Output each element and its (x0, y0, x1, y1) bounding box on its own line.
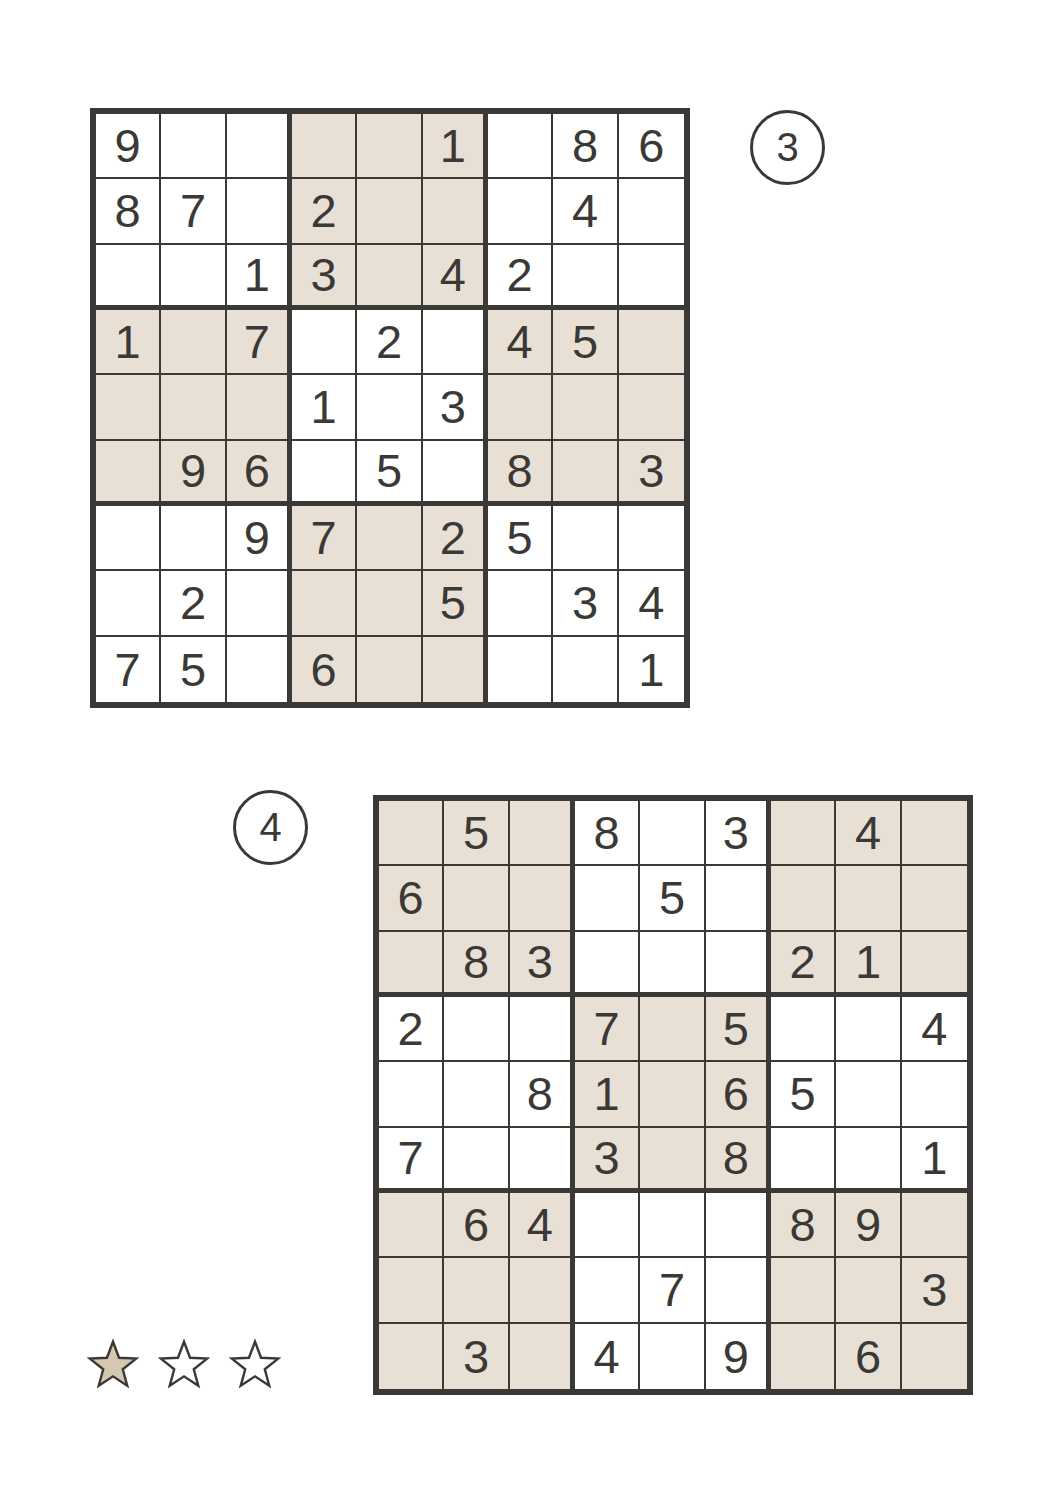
sudoku-cell-r8c7-empty[interactable] (771, 1258, 836, 1323)
sudoku-cell-r8c3-empty[interactable] (510, 1258, 575, 1323)
sudoku-cell-r5c6-given: 3 (423, 375, 488, 440)
sudoku-cell-r2c2-given: 7 (161, 179, 226, 244)
sudoku-cell-r7c2-given: 6 (444, 1193, 509, 1258)
sudoku-cell-r4c2-empty[interactable] (444, 997, 509, 1062)
sudoku-cell-r8c1-empty[interactable] (379, 1258, 444, 1323)
sudoku-cell-r7c8-given: 9 (836, 1193, 901, 1258)
sudoku-cell-r4c9-empty[interactable] (619, 310, 684, 375)
sudoku-cell-r1c5-empty[interactable] (640, 801, 705, 866)
sudoku-cell-r1c2-empty[interactable] (161, 114, 226, 179)
sudoku-cell-r7c3-given: 4 (510, 1193, 575, 1258)
sudoku-cell-r8c5-given: 7 (640, 1258, 705, 1323)
sudoku-cell-r2c3-empty[interactable] (227, 179, 292, 244)
sudoku-cell-r8c9-given: 4 (619, 571, 684, 636)
sudoku-cell-r2c7-empty[interactable] (488, 179, 553, 244)
sudoku-cell-r3c2-given: 8 (444, 932, 509, 997)
sudoku-cell-r3c4-given: 3 (292, 245, 357, 310)
sudoku-cell-r6c9-given: 1 (902, 1128, 967, 1193)
sudoku-cell-r6c1-given: 7 (379, 1128, 444, 1193)
sudoku-cell-r7c5-empty[interactable] (640, 1193, 705, 1258)
sudoku-cell-r3c7-given: 2 (771, 932, 836, 997)
sudoku-cell-r8c3-empty[interactable] (227, 571, 292, 636)
sudoku-cell-r5c4-given: 1 (292, 375, 357, 440)
sudoku-board-4: 58346583212754816573816489733496 (373, 795, 973, 1395)
sudoku-cell-r8c1-empty[interactable] (96, 571, 161, 636)
sudoku-cell-r3c8-given: 1 (836, 932, 901, 997)
sudoku-cell-r4c6-given: 5 (706, 997, 771, 1062)
sudoku-cell-r2c4-empty[interactable] (575, 866, 640, 931)
sudoku-cell-r6c5-empty[interactable] (640, 1128, 705, 1193)
sudoku-cell-r1c8-given: 4 (836, 801, 901, 866)
puzzle-book-page: 3 918687241342172451396583972525347561 4… (0, 0, 1057, 1500)
sudoku-cell-r8c8-given: 3 (553, 571, 618, 636)
sudoku-cell-r2c8-given: 4 (553, 179, 618, 244)
sudoku-cell-r6c3-given: 6 (227, 441, 292, 506)
sudoku-cell-r2c5-empty[interactable] (357, 179, 422, 244)
sudoku-cell-r7c8-empty[interactable] (553, 506, 618, 571)
sudoku-cell-r3c8-empty[interactable] (553, 245, 618, 310)
sudoku-cell-r8c2-given: 2 (161, 571, 226, 636)
sudoku-cell-r7c4-empty[interactable] (575, 1193, 640, 1258)
sudoku-cell-r4c6-empty[interactable] (423, 310, 488, 375)
sudoku-cell-r5c8-empty[interactable] (553, 375, 618, 440)
sudoku-cell-r1c2-given: 5 (444, 801, 509, 866)
sudoku-cell-r1c3-empty[interactable] (227, 114, 292, 179)
sudoku-cell-r4c8-given: 5 (553, 310, 618, 375)
sudoku-cell-r3c3-given: 3 (510, 932, 575, 997)
sudoku-cell-r5c1-empty[interactable] (96, 375, 161, 440)
sudoku-cell-r2c1-given: 8 (96, 179, 161, 244)
sudoku-cell-r1c9-given: 6 (619, 114, 684, 179)
sudoku-cell-r2c8-empty[interactable] (836, 866, 901, 931)
sudoku-cell-r3c9-empty[interactable] (619, 245, 684, 310)
sudoku-cell-r4c4-empty[interactable] (292, 310, 357, 375)
sudoku-cell-r9c9-empty[interactable] (902, 1324, 967, 1389)
sudoku-cell-r2c5-given: 5 (640, 866, 705, 931)
sudoku-cell-r9c7-empty[interactable] (771, 1324, 836, 1389)
sudoku-cell-r6c2-empty[interactable] (444, 1128, 509, 1193)
sudoku-cell-r7c7-given: 5 (488, 506, 553, 571)
sudoku-cell-r6c8-empty[interactable] (553, 441, 618, 506)
sudoku-cell-r3c3-given: 1 (227, 245, 292, 310)
sudoku-cell-r2c6-empty[interactable] (706, 866, 771, 931)
sudoku-cell-r4c3-given: 7 (227, 310, 292, 375)
star-empty-icon (228, 1338, 282, 1392)
sudoku-cell-r5c8-empty[interactable] (836, 1062, 901, 1127)
sudoku-cell-r5c3-empty[interactable] (227, 375, 292, 440)
sudoku-cell-r2c3-empty[interactable] (510, 866, 575, 931)
sudoku-cell-r8c7-empty[interactable] (488, 571, 553, 636)
sudoku-cell-r6c4-given: 3 (575, 1128, 640, 1193)
sudoku-cell-r9c2-given: 5 (161, 637, 226, 702)
puzzle-4-number-badge: 4 (233, 790, 308, 865)
sudoku-cell-r3c6-given: 4 (423, 245, 488, 310)
sudoku-cell-r5c2-empty[interactable] (161, 375, 226, 440)
sudoku-cell-r7c9-empty[interactable] (619, 506, 684, 571)
sudoku-cell-r9c9-given: 1 (619, 637, 684, 702)
sudoku-cell-r9c5-empty[interactable] (357, 637, 422, 702)
sudoku-cell-r7c5-empty[interactable] (357, 506, 422, 571)
sudoku-cell-r1c4-given: 8 (575, 801, 640, 866)
sudoku-cell-r1c7-empty[interactable] (488, 114, 553, 179)
sudoku-cell-r5c6-given: 6 (706, 1062, 771, 1127)
sudoku-cell-r2c6-empty[interactable] (423, 179, 488, 244)
sudoku-cell-r9c1-given: 7 (96, 637, 161, 702)
sudoku-cell-r4c1-given: 1 (96, 310, 161, 375)
puzzle-3-number-badge: 3 (750, 110, 825, 185)
sudoku-cell-r7c1-empty[interactable] (379, 1193, 444, 1258)
sudoku-cell-r2c9-empty[interactable] (902, 866, 967, 931)
sudoku-cell-r9c5-empty[interactable] (640, 1324, 705, 1389)
sudoku-cell-r4c7-given: 4 (488, 310, 553, 375)
sudoku-cell-r1c5-empty[interactable] (357, 114, 422, 179)
sudoku-cell-r6c6-given: 8 (706, 1128, 771, 1193)
sudoku-cell-r9c8-empty[interactable] (553, 637, 618, 702)
sudoku-cell-r5c7-given: 5 (771, 1062, 836, 1127)
sudoku-cell-r6c5-given: 5 (357, 441, 422, 506)
sudoku-cell-r5c5-empty[interactable] (357, 375, 422, 440)
sudoku-cell-r7c6-given: 2 (423, 506, 488, 571)
sudoku-cell-r7c6-empty[interactable] (706, 1193, 771, 1258)
sudoku-cell-r9c2-given: 3 (444, 1324, 509, 1389)
sudoku-cell-r3c1-empty[interactable] (379, 932, 444, 997)
sudoku-board-3: 918687241342172451396583972525347561 (90, 108, 690, 708)
sudoku-cell-r8c4-empty[interactable] (292, 571, 357, 636)
sudoku-cell-r5c9-empty[interactable] (619, 375, 684, 440)
sudoku-cell-r5c7-empty[interactable] (488, 375, 553, 440)
sudoku-cell-r8c2-empty[interactable] (444, 1258, 509, 1323)
sudoku-cell-r5c9-empty[interactable] (902, 1062, 967, 1127)
sudoku-cell-r3c2-empty[interactable] (161, 245, 226, 310)
sudoku-cell-r5c2-empty[interactable] (444, 1062, 509, 1127)
sudoku-cell-r6c7-empty[interactable] (771, 1128, 836, 1193)
sudoku-cell-r9c1-empty[interactable] (379, 1324, 444, 1389)
sudoku-cell-r6c9-given: 3 (619, 441, 684, 506)
star-filled-icon (86, 1338, 140, 1392)
sudoku-cell-r8c9-given: 3 (902, 1258, 967, 1323)
sudoku-cell-r2c9-empty[interactable] (619, 179, 684, 244)
difficulty-rating (86, 1338, 282, 1392)
sudoku-cell-r7c4-given: 7 (292, 506, 357, 571)
sudoku-cell-r3c4-empty[interactable] (575, 932, 640, 997)
sudoku-cell-r7c1-empty[interactable] (96, 506, 161, 571)
sudoku-cell-r4c7-empty[interactable] (771, 997, 836, 1062)
sudoku-cell-r6c1-empty[interactable] (96, 441, 161, 506)
sudoku-cell-r4c9-given: 4 (902, 997, 967, 1062)
sudoku-cell-r1c4-empty[interactable] (292, 114, 357, 179)
sudoku-cell-r1c3-empty[interactable] (510, 801, 575, 866)
sudoku-cell-r3c1-empty[interactable] (96, 245, 161, 310)
sudoku-cell-r4c1-given: 2 (379, 997, 444, 1062)
sudoku-cell-r2c7-empty[interactable] (771, 866, 836, 931)
sudoku-cell-r6c7-given: 8 (488, 441, 553, 506)
sudoku-cell-r9c6-given: 9 (706, 1324, 771, 1389)
sudoku-cell-r3c9-empty[interactable] (902, 932, 967, 997)
puzzle-3-number: 3 (776, 125, 798, 170)
star-empty-icon (157, 1338, 211, 1392)
sudoku-cell-r3c7-given: 2 (488, 245, 553, 310)
sudoku-cell-r4c3-empty[interactable] (510, 997, 575, 1062)
sudoku-cell-r1c6-given: 1 (423, 114, 488, 179)
sudoku-cell-r2c1-given: 6 (379, 866, 444, 931)
sudoku-cell-r4c2-empty[interactable] (161, 310, 226, 375)
sudoku-cell-r4c4-given: 7 (575, 997, 640, 1062)
sudoku-cell-r9c3-empty[interactable] (510, 1324, 575, 1389)
sudoku-cell-r8c8-empty[interactable] (836, 1258, 901, 1323)
sudoku-cell-r8c6-given: 5 (423, 571, 488, 636)
sudoku-cell-r6c2-given: 9 (161, 441, 226, 506)
sudoku-cell-r7c3-given: 9 (227, 506, 292, 571)
sudoku-cell-r1c7-empty[interactable] (771, 801, 836, 866)
sudoku-cell-r5c3-given: 8 (510, 1062, 575, 1127)
sudoku-cell-r8c6-empty[interactable] (706, 1258, 771, 1323)
sudoku-cell-r4c8-empty[interactable] (836, 997, 901, 1062)
sudoku-cell-r6c3-empty[interactable] (510, 1128, 575, 1193)
sudoku-cell-r5c5-empty[interactable] (640, 1062, 705, 1127)
sudoku-cell-r1c1-given: 9 (96, 114, 161, 179)
sudoku-cell-r9c3-empty[interactable] (227, 637, 292, 702)
sudoku-cell-r6c6-empty[interactable] (423, 441, 488, 506)
sudoku-cell-r1c1-empty[interactable] (379, 801, 444, 866)
sudoku-cell-r3c5-empty[interactable] (640, 932, 705, 997)
sudoku-cell-r4c5-empty[interactable] (640, 997, 705, 1062)
sudoku-cell-r2c4-given: 2 (292, 179, 357, 244)
sudoku-cell-r6c4-empty[interactable] (292, 441, 357, 506)
sudoku-cell-r3c6-empty[interactable] (706, 932, 771, 997)
sudoku-cell-r5c1-empty[interactable] (379, 1062, 444, 1127)
sudoku-cell-r4c5-given: 2 (357, 310, 422, 375)
sudoku-cell-r7c9-empty[interactable] (902, 1193, 967, 1258)
sudoku-cell-r1c9-empty[interactable] (902, 801, 967, 866)
sudoku-cell-r1c6-given: 3 (706, 801, 771, 866)
sudoku-cell-r9c6-empty[interactable] (423, 637, 488, 702)
sudoku-cell-r9c8-given: 6 (836, 1324, 901, 1389)
sudoku-cell-r9c4-given: 4 (575, 1324, 640, 1389)
sudoku-cell-r9c4-given: 6 (292, 637, 357, 702)
sudoku-cell-r7c7-given: 8 (771, 1193, 836, 1258)
sudoku-cell-r8c4-empty[interactable] (575, 1258, 640, 1323)
sudoku-cell-r3c5-empty[interactable] (357, 245, 422, 310)
sudoku-cell-r9c7-empty[interactable] (488, 637, 553, 702)
puzzle-4-number: 4 (259, 805, 281, 850)
sudoku-cell-r7c2-empty[interactable] (161, 506, 226, 571)
sudoku-cell-r6c8-empty[interactable] (836, 1128, 901, 1193)
sudoku-cell-r8c5-empty[interactable] (357, 571, 422, 636)
sudoku-cell-r1c8-given: 8 (553, 114, 618, 179)
sudoku-cell-r2c2-empty[interactable] (444, 866, 509, 931)
sudoku-cell-r5c4-given: 1 (575, 1062, 640, 1127)
